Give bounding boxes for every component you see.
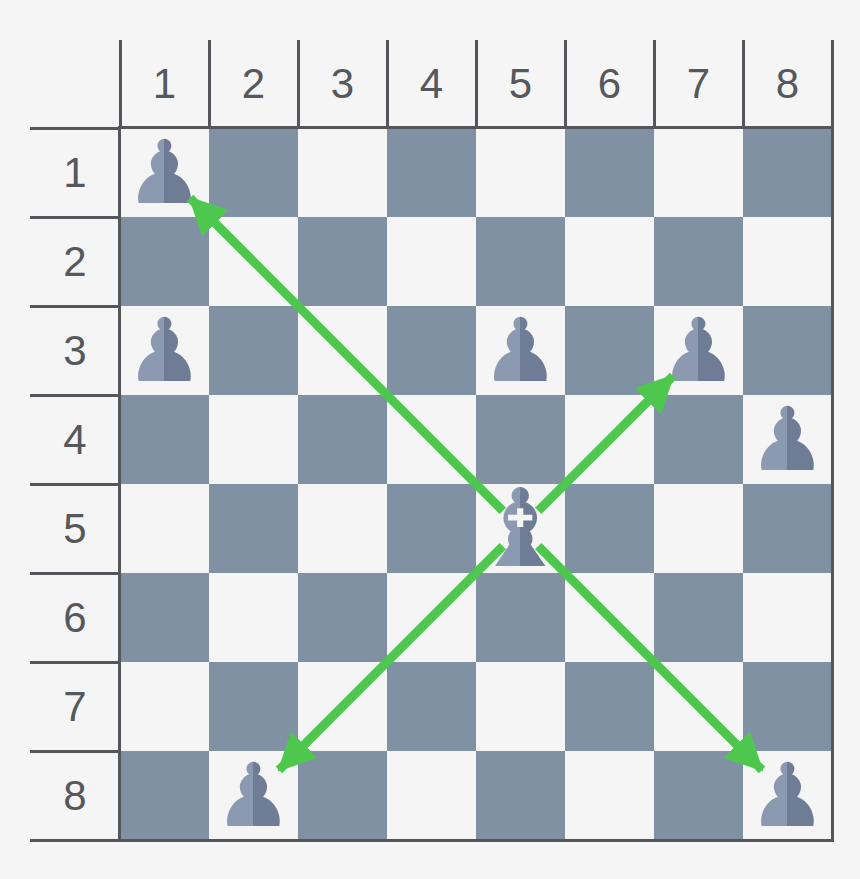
square-c2-r1[interactable]	[209, 128, 298, 217]
square-c6-r4[interactable]	[565, 395, 654, 484]
grid-line	[30, 572, 121, 575]
grid-line	[30, 750, 121, 753]
col-label-1: 1	[120, 40, 209, 128]
square-c3-r6[interactable]	[298, 573, 387, 662]
square-c8-r2[interactable]	[743, 217, 832, 306]
square-c2-r4[interactable]	[209, 395, 298, 484]
grid-line	[475, 40, 478, 129]
square-c2-r5[interactable]	[209, 484, 298, 573]
square-c1-r8[interactable]	[120, 751, 209, 840]
pawn-c7-r3[interactable]: ♟	[654, 306, 743, 395]
pawn-c1-r3[interactable]: ♟	[120, 306, 209, 395]
square-c8-r6[interactable]	[743, 573, 832, 662]
grid-line	[30, 127, 121, 130]
grid-line	[831, 40, 834, 129]
row-label-3: 3	[30, 306, 120, 395]
square-c7-r4[interactable]	[654, 395, 743, 484]
grid-line	[30, 839, 121, 842]
square-c5-r1[interactable]	[476, 128, 565, 217]
square-c1-r7[interactable]	[120, 662, 209, 751]
square-c3-r1[interactable]	[298, 128, 387, 217]
row-label-2: 2	[30, 217, 120, 306]
square-c3-r3[interactable]	[298, 306, 387, 395]
square-c3-r8[interactable]	[298, 751, 387, 840]
square-c6-r2[interactable]	[565, 217, 654, 306]
row-label-4: 4	[30, 395, 120, 484]
square-c6-r8[interactable]	[565, 751, 654, 840]
square-c4-r5[interactable]	[387, 484, 476, 573]
grid-line	[30, 483, 121, 486]
col-label-4: 4	[387, 40, 476, 128]
square-c7-r6[interactable]	[654, 573, 743, 662]
grid-line	[653, 40, 656, 129]
square-c4-r7[interactable]	[387, 662, 476, 751]
grid-line	[742, 40, 745, 129]
square-c5-r2[interactable]	[476, 217, 565, 306]
grid-line	[297, 40, 300, 129]
grid-line	[564, 40, 567, 129]
square-c7-r5[interactable]	[654, 484, 743, 573]
grid-line	[30, 394, 121, 397]
square-c2-r3[interactable]	[209, 306, 298, 395]
square-c7-r8[interactable]	[654, 751, 743, 840]
square-c4-r8[interactable]	[387, 751, 476, 840]
square-c2-r7[interactable]	[209, 662, 298, 751]
grid-line	[30, 216, 121, 219]
bishop-c5-r5[interactable]: ♝	[476, 484, 565, 573]
col-label-6: 6	[565, 40, 654, 128]
square-c4-r3[interactable]	[387, 306, 476, 395]
col-label-7: 7	[654, 40, 743, 128]
square-c1-r4[interactable]	[120, 395, 209, 484]
pawn-c5-r3[interactable]: ♟	[476, 306, 565, 395]
row-label-7: 7	[30, 662, 120, 751]
col-label-3: 3	[298, 40, 387, 128]
grid-line	[119, 40, 122, 129]
square-c5-r7[interactable]	[476, 662, 565, 751]
square-c3-r7[interactable]	[298, 662, 387, 751]
square-c1-r2[interactable]	[120, 217, 209, 306]
square-c8-r5[interactable]	[743, 484, 832, 573]
square-c2-r2[interactable]	[209, 217, 298, 306]
col-label-8: 8	[743, 40, 832, 128]
square-c1-r5[interactable]	[120, 484, 209, 573]
square-c4-r1[interactable]	[387, 128, 476, 217]
square-c1-r6[interactable]	[120, 573, 209, 662]
square-c7-r2[interactable]	[654, 217, 743, 306]
square-c7-r7[interactable]	[654, 662, 743, 751]
pawn-c8-r8[interactable]: ♟	[743, 751, 832, 840]
chess-diagram: 1234567812345678♟♟♟♟♟♝♟♟	[0, 0, 860, 879]
square-c4-r6[interactable]	[387, 573, 476, 662]
square-c8-r3[interactable]	[743, 306, 832, 395]
square-c8-r1[interactable]	[743, 128, 832, 217]
grid-line	[208, 40, 211, 129]
square-c8-r7[interactable]	[743, 662, 832, 751]
square-c6-r7[interactable]	[565, 662, 654, 751]
square-c3-r4[interactable]	[298, 395, 387, 484]
square-c6-r3[interactable]	[565, 306, 654, 395]
col-label-2: 2	[209, 40, 298, 128]
square-c6-r5[interactable]	[565, 484, 654, 573]
square-c4-r2[interactable]	[387, 217, 476, 306]
row-label-5: 5	[30, 484, 120, 573]
square-c3-r5[interactable]	[298, 484, 387, 573]
grid-line	[386, 40, 389, 129]
square-c6-r1[interactable]	[565, 128, 654, 217]
square-c7-r1[interactable]	[654, 128, 743, 217]
square-c3-r2[interactable]	[298, 217, 387, 306]
pawn-c1-r1[interactable]: ♟	[120, 128, 209, 217]
square-c6-r6[interactable]	[565, 573, 654, 662]
square-c4-r4[interactable]	[387, 395, 476, 484]
col-label-5: 5	[476, 40, 565, 128]
row-label-6: 6	[30, 573, 120, 662]
grid-line	[30, 305, 121, 308]
square-c5-r8[interactable]	[476, 751, 565, 840]
row-label-8: 8	[30, 751, 120, 840]
square-c2-r6[interactable]	[209, 573, 298, 662]
grid-line	[30, 661, 121, 664]
pawn-c8-r4[interactable]: ♟	[743, 395, 832, 484]
pawn-c2-r8[interactable]: ♟	[209, 751, 298, 840]
row-label-1: 1	[30, 128, 120, 217]
